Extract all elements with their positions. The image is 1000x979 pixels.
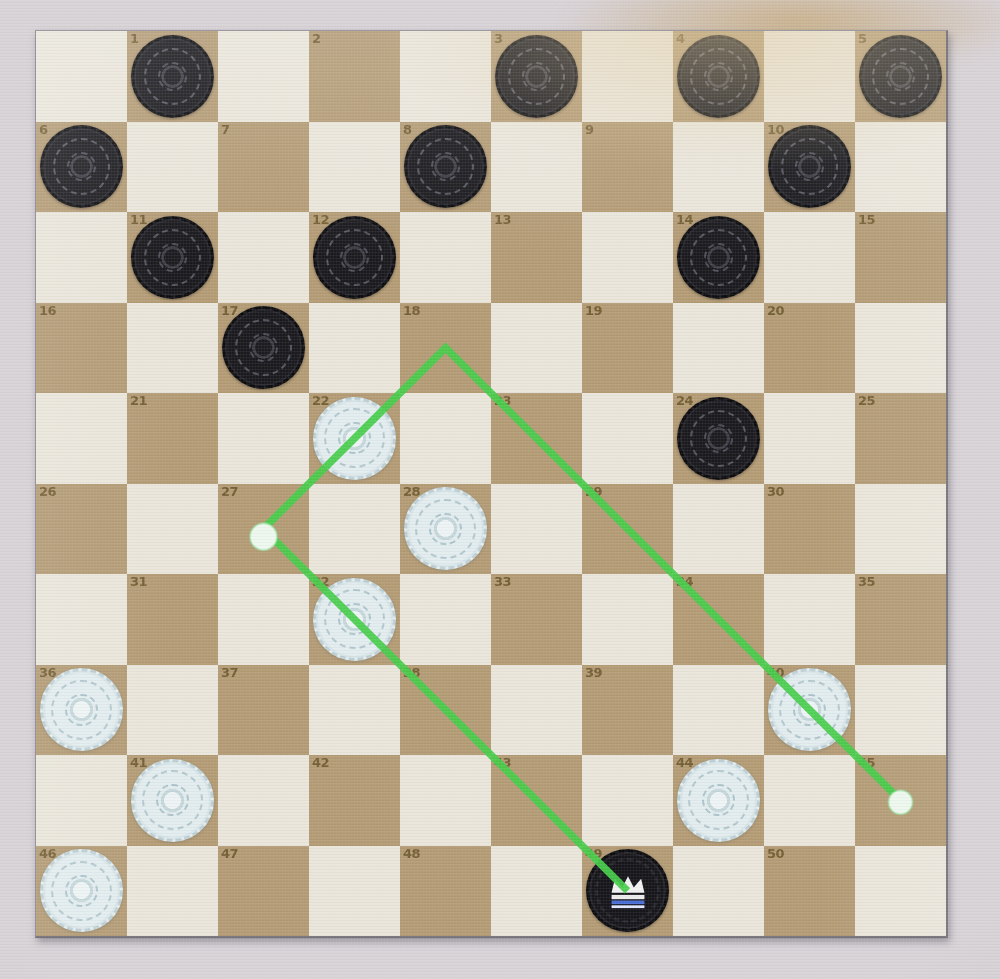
light-square [218,393,309,484]
light-square [855,846,946,937]
square-number: 22 [312,393,329,408]
light-square [36,755,127,846]
square-39[interactable]: 39 [582,665,673,756]
square-4[interactable]: 4 [673,31,764,122]
light-square [491,665,582,756]
square-1[interactable]: 1 [127,31,218,122]
square-number: 2 [312,31,321,46]
square-42[interactable]: 42 [309,755,400,846]
light-square [400,393,491,484]
king-crown-icon [605,871,651,911]
light-square [673,484,764,575]
white-man[interactable] [40,849,123,932]
square-47[interactable]: 47 [218,846,309,937]
square-14[interactable]: 14 [673,212,764,303]
light-square [309,665,400,756]
light-square [309,122,400,213]
square-number: 13 [494,212,511,227]
square-45[interactable]: 45 [855,755,946,846]
square-number: 43 [494,755,511,770]
light-square [491,122,582,213]
square-number: 6 [39,122,48,137]
square-18[interactable]: 18 [400,303,491,394]
square-number: 26 [39,484,56,499]
square-28[interactable]: 28 [400,484,491,575]
square-number: 11 [130,212,147,227]
white-man[interactable] [404,487,487,570]
square-number: 8 [403,122,412,137]
square-9[interactable]: 9 [582,122,673,213]
light-square [491,303,582,394]
light-square [218,574,309,665]
square-32[interactable]: 32 [309,574,400,665]
square-number: 27 [221,484,238,499]
black-man[interactable] [677,397,760,480]
light-square [764,393,855,484]
square-number: 9 [585,122,594,137]
square-11[interactable]: 11 [127,212,218,303]
light-square [127,665,218,756]
square-41[interactable]: 41 [127,755,218,846]
square-number: 7 [221,122,230,137]
square-38[interactable]: 38 [400,665,491,756]
square-21[interactable]: 21 [127,393,218,484]
square-number: 5 [858,31,867,46]
square-number: 37 [221,665,238,680]
square-number: 4 [676,31,685,46]
black-man[interactable] [768,125,851,208]
square-20[interactable]: 20 [764,303,855,394]
square-number: 33 [494,574,511,589]
square-36[interactable]: 36 [36,665,127,756]
light-square [582,574,673,665]
light-square [218,212,309,303]
square-8[interactable]: 8 [400,122,491,213]
square-number: 19 [585,303,602,318]
square-43[interactable]: 43 [491,755,582,846]
black-man[interactable] [404,125,487,208]
square-16[interactable]: 16 [36,303,127,394]
square-49[interactable]: 49 [582,846,673,937]
square-26[interactable]: 26 [36,484,127,575]
square-number: 24 [676,393,693,408]
square-29[interactable]: 29 [582,484,673,575]
black-man[interactable] [131,35,214,118]
square-25[interactable]: 25 [855,393,946,484]
light-square [36,574,127,665]
square-number: 44 [676,755,693,770]
light-square [764,31,855,122]
square-48[interactable]: 48 [400,846,491,937]
square-34[interactable]: 34 [673,574,764,665]
square-number: 42 [312,755,329,770]
black-man[interactable] [40,125,123,208]
light-square [491,484,582,575]
light-square [36,393,127,484]
square-number: 12 [312,212,329,227]
black-king[interactable] [586,849,669,932]
light-square [855,122,946,213]
square-15[interactable]: 15 [855,212,946,303]
light-square [855,484,946,575]
light-square [309,846,400,937]
light-square [127,122,218,213]
light-square [36,212,127,303]
square-number: 14 [676,212,693,227]
square-number: 1 [130,31,139,46]
light-square [218,31,309,122]
light-square [764,212,855,303]
light-square [127,303,218,394]
square-10[interactable]: 10 [764,122,855,213]
square-2[interactable]: 2 [309,31,400,122]
square-24[interactable]: 24 [673,393,764,484]
light-square [582,31,673,122]
black-man[interactable] [131,216,214,299]
black-man[interactable] [677,216,760,299]
light-square [673,303,764,394]
square-35[interactable]: 35 [855,574,946,665]
black-man[interactable] [495,35,578,118]
light-square [400,31,491,122]
square-22[interactable]: 22 [309,393,400,484]
light-square [309,303,400,394]
square-number: 35 [858,574,875,589]
square-number: 31 [130,574,147,589]
square-33[interactable]: 33 [491,574,582,665]
draughts-board: 1234567891011121314151617181920212223242… [35,30,948,938]
white-man[interactable] [313,578,396,661]
square-13[interactable]: 13 [491,212,582,303]
square-3[interactable]: 3 [491,31,582,122]
square-7[interactable]: 7 [218,122,309,213]
square-number: 45 [858,755,875,770]
light-square [855,665,946,756]
square-number: 39 [585,665,602,680]
square-number: 23 [494,393,511,408]
black-man[interactable] [859,35,942,118]
square-44[interactable]: 44 [673,755,764,846]
square-number: 34 [676,574,693,589]
square-number: 15 [858,212,875,227]
square-number: 38 [403,665,420,680]
black-man[interactable] [313,216,396,299]
square-number: 25 [858,393,875,408]
light-square [491,846,582,937]
light-square [36,31,127,122]
square-number: 41 [130,755,147,770]
square-number: 30 [767,484,784,499]
square-number: 18 [403,303,420,318]
square-number: 3 [494,31,503,46]
light-square [673,665,764,756]
square-number: 20 [767,303,784,318]
white-man[interactable] [40,668,123,751]
light-square [582,755,673,846]
white-man[interactable] [313,397,396,480]
black-man[interactable] [677,35,760,118]
square-31[interactable]: 31 [127,574,218,665]
square-37[interactable]: 37 [218,665,309,756]
light-square [764,755,855,846]
square-19[interactable]: 19 [582,303,673,394]
square-5[interactable]: 5 [855,31,946,122]
square-23[interactable]: 23 [491,393,582,484]
square-6[interactable]: 6 [36,122,127,213]
light-square [582,393,673,484]
square-number: 50 [767,846,784,861]
light-square [400,755,491,846]
square-number: 48 [403,846,420,861]
light-square [309,484,400,575]
white-man[interactable] [131,759,214,842]
light-square [855,303,946,394]
square-27[interactable]: 27 [218,484,309,575]
black-man[interactable] [222,306,305,389]
square-number: 21 [130,393,147,408]
square-46[interactable]: 46 [36,846,127,937]
square-12[interactable]: 12 [309,212,400,303]
light-square [400,212,491,303]
square-17[interactable]: 17 [218,303,309,394]
square-number: 29 [585,484,602,499]
light-square [764,574,855,665]
light-square [218,755,309,846]
light-square [127,484,218,575]
light-square [127,846,218,937]
square-40[interactable]: 40 [764,665,855,756]
light-square [582,212,673,303]
white-man[interactable] [768,668,851,751]
white-man[interactable] [677,759,760,842]
square-30[interactable]: 30 [764,484,855,575]
square-50[interactable]: 50 [764,846,855,937]
square-number: 32 [312,574,329,589]
square-number: 16 [39,303,56,318]
light-square [673,846,764,937]
light-square [400,574,491,665]
light-square [673,122,764,213]
square-number: 47 [221,846,238,861]
